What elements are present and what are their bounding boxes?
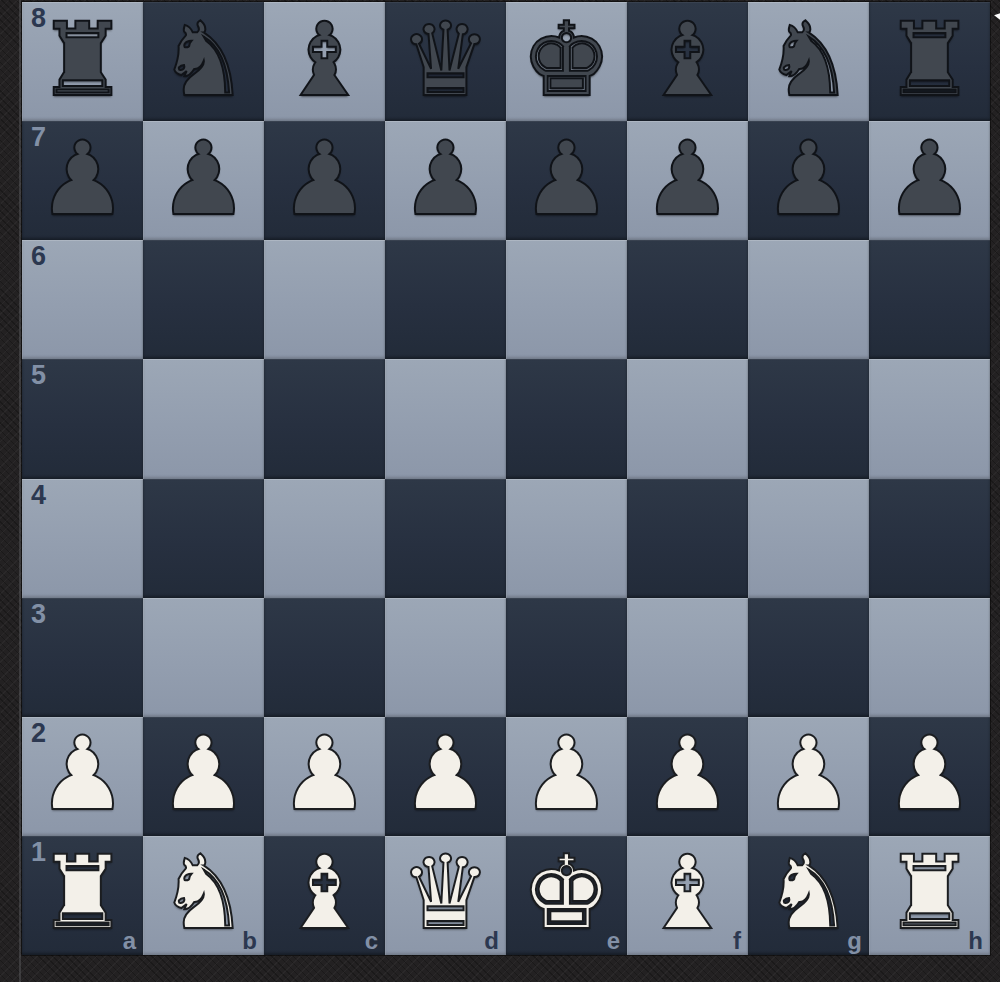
square-f2[interactable]: ♟	[627, 717, 748, 836]
square-b7[interactable]: ♟	[143, 121, 264, 240]
piece-black-pawn[interactable]: ♟	[884, 128, 975, 230]
square-h2[interactable]: ♟	[869, 717, 990, 836]
piece-black-pawn[interactable]: ♟	[279, 128, 370, 230]
square-d1[interactable]: d♛	[385, 836, 506, 955]
piece-white-rook[interactable]: ♜	[37, 842, 128, 944]
square-g5[interactable]	[748, 359, 869, 478]
square-a2[interactable]: 2♟	[22, 717, 143, 836]
chess-board: 8♜♞♝♛♚♝♞♜7♟♟♟♟♟♟♟♟65432♟♟♟♟♟♟♟♟1a♜b♞c♝d♛…	[22, 2, 990, 955]
piece-black-bishop[interactable]: ♝	[279, 9, 370, 111]
square-a5[interactable]: 5	[22, 359, 143, 478]
square-h1[interactable]: h♜	[869, 836, 990, 955]
piece-white-pawn[interactable]: ♟	[158, 723, 249, 825]
square-a8[interactable]: 8♜	[22, 2, 143, 121]
rank-label-3: 3	[31, 601, 46, 628]
piece-black-knight[interactable]: ♞	[763, 9, 854, 111]
square-h4[interactable]	[869, 479, 990, 598]
mouse-cursor-icon	[993, 9, 1000, 24]
square-g4[interactable]	[748, 479, 869, 598]
piece-black-bishop[interactable]: ♝	[642, 9, 733, 111]
square-g6[interactable]	[748, 240, 869, 359]
square-c1[interactable]: c♝	[264, 836, 385, 955]
piece-black-king[interactable]: ♚	[521, 9, 612, 111]
square-c2[interactable]: ♟	[264, 717, 385, 836]
piece-black-pawn[interactable]: ♟	[400, 128, 491, 230]
square-c8[interactable]: ♝	[264, 2, 385, 121]
rank-label-4: 4	[31, 482, 46, 509]
square-h7[interactable]: ♟	[869, 121, 990, 240]
square-e5[interactable]	[506, 359, 627, 478]
piece-white-pawn[interactable]: ♟	[521, 723, 612, 825]
piece-white-queen[interactable]: ♛	[400, 842, 491, 944]
square-h6[interactable]	[869, 240, 990, 359]
square-g3[interactable]	[748, 598, 869, 717]
square-e2[interactable]: ♟	[506, 717, 627, 836]
square-f7[interactable]: ♟	[627, 121, 748, 240]
piece-white-knight[interactable]: ♞	[158, 842, 249, 944]
square-b4[interactable]	[143, 479, 264, 598]
square-d2[interactable]: ♟	[385, 717, 506, 836]
piece-white-pawn[interactable]: ♟	[642, 723, 733, 825]
square-e3[interactable]	[506, 598, 627, 717]
piece-white-pawn[interactable]: ♟	[400, 723, 491, 825]
square-g1[interactable]: g♞	[748, 836, 869, 955]
board-edge-highlight	[19, 0, 21, 982]
piece-black-pawn[interactable]: ♟	[37, 128, 128, 230]
square-a4[interactable]: 4	[22, 479, 143, 598]
square-f8[interactable]: ♝	[627, 2, 748, 121]
piece-black-knight[interactable]: ♞	[158, 9, 249, 111]
rank-label-6: 6	[31, 243, 46, 270]
square-f4[interactable]	[627, 479, 748, 598]
app-window: { "game": "chess", "position": { "fen": …	[0, 0, 1000, 982]
square-g8[interactable]: ♞	[748, 2, 869, 121]
square-a1[interactable]: 1a♜	[22, 836, 143, 955]
square-e7[interactable]: ♟	[506, 121, 627, 240]
piece-white-bishop[interactable]: ♝	[279, 842, 370, 944]
square-d8[interactable]: ♛	[385, 2, 506, 121]
rank-label-5: 5	[31, 362, 46, 389]
square-e8[interactable]: ♚	[506, 2, 627, 121]
piece-black-rook[interactable]: ♜	[884, 9, 975, 111]
square-d6[interactable]	[385, 240, 506, 359]
piece-white-knight[interactable]: ♞	[763, 842, 854, 944]
square-g2[interactable]: ♟	[748, 717, 869, 836]
square-e1[interactable]: e♚	[506, 836, 627, 955]
square-h5[interactable]	[869, 359, 990, 478]
square-a3[interactable]: 3	[22, 598, 143, 717]
piece-white-pawn[interactable]: ♟	[763, 723, 854, 825]
square-b3[interactable]	[143, 598, 264, 717]
square-f6[interactable]	[627, 240, 748, 359]
square-g7[interactable]: ♟	[748, 121, 869, 240]
square-d7[interactable]: ♟	[385, 121, 506, 240]
piece-black-pawn[interactable]: ♟	[521, 128, 612, 230]
square-f3[interactable]	[627, 598, 748, 717]
square-c5[interactable]	[264, 359, 385, 478]
square-d4[interactable]	[385, 479, 506, 598]
square-e4[interactable]	[506, 479, 627, 598]
square-c7[interactable]: ♟	[264, 121, 385, 240]
square-d3[interactable]	[385, 598, 506, 717]
square-b1[interactable]: b♞	[143, 836, 264, 955]
square-e6[interactable]	[506, 240, 627, 359]
square-c6[interactable]	[264, 240, 385, 359]
square-h3[interactable]	[869, 598, 990, 717]
square-a7[interactable]: 7♟	[22, 121, 143, 240]
square-b2[interactable]: ♟	[143, 717, 264, 836]
square-b5[interactable]	[143, 359, 264, 478]
piece-black-pawn[interactable]: ♟	[158, 128, 249, 230]
square-b6[interactable]	[143, 240, 264, 359]
square-d5[interactable]	[385, 359, 506, 478]
square-f5[interactable]	[627, 359, 748, 478]
piece-white-rook[interactable]: ♜	[884, 842, 975, 944]
square-c4[interactable]	[264, 479, 385, 598]
piece-white-king[interactable]: ♚	[521, 842, 612, 944]
piece-white-pawn[interactable]: ♟	[37, 723, 128, 825]
square-c3[interactable]	[264, 598, 385, 717]
piece-black-pawn[interactable]: ♟	[763, 128, 854, 230]
file-label-f: f	[733, 929, 741, 953]
piece-black-rook[interactable]: ♜	[37, 9, 128, 111]
square-f1[interactable]: f♝	[627, 836, 748, 955]
piece-black-queen[interactable]: ♛	[400, 9, 491, 111]
square-a6[interactable]: 6	[22, 240, 143, 359]
square-h8[interactable]: ♜	[869, 2, 990, 121]
piece-white-pawn[interactable]: ♟	[279, 723, 370, 825]
piece-black-pawn[interactable]: ♟	[642, 128, 733, 230]
square-b8[interactable]: ♞	[143, 2, 264, 121]
piece-white-bishop[interactable]: ♝	[642, 842, 733, 944]
piece-white-pawn[interactable]: ♟	[884, 723, 975, 825]
